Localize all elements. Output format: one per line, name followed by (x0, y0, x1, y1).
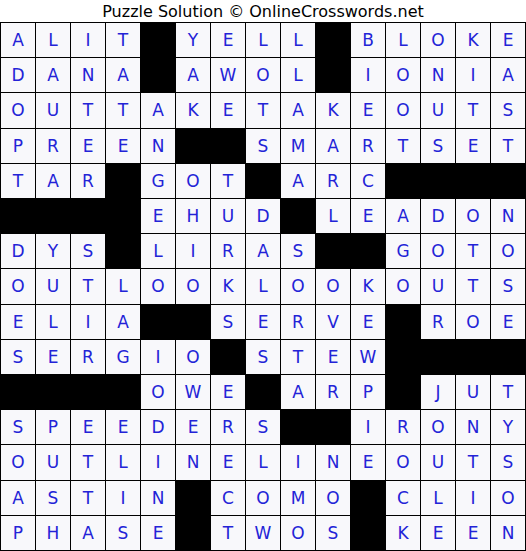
cell-r9c10: V (316, 305, 350, 339)
cell-r2c2: A (36, 58, 70, 92)
cell-r14c3: T (71, 481, 105, 515)
block-r11c8 (246, 375, 280, 409)
cell-r1c8: L (246, 23, 280, 57)
cell-r7c3: S (71, 234, 105, 268)
cell-r5c7: T (211, 164, 245, 198)
block-r11c2 (36, 375, 70, 409)
cell-r13c5: I (141, 445, 175, 479)
cell-r5c1: T (1, 164, 35, 198)
cell-r9c11: E (351, 305, 385, 339)
cell-r8c2: U (36, 269, 70, 303)
cell-r12c1: S (1, 410, 35, 444)
cell-r11c9: A (281, 375, 315, 409)
cell-r15c8: W (246, 516, 280, 550)
cell-r9c9: R (281, 305, 315, 339)
cell-r8c5: O (141, 269, 175, 303)
cell-r3c12: O (386, 93, 420, 127)
cell-r8c10: O (316, 269, 350, 303)
cell-r15c7: T (211, 516, 245, 550)
block-r9c5 (141, 305, 175, 339)
cell-r4c15: T (491, 129, 525, 163)
block-r1c5 (141, 23, 175, 57)
block-r6c4 (106, 199, 140, 233)
block-r12c10 (316, 410, 350, 444)
cell-r1c4: T (106, 23, 140, 57)
cell-r1c13: O (421, 23, 455, 57)
cell-r2c14: I (456, 58, 490, 92)
cell-r13c10: N (316, 445, 350, 479)
block-r5c15 (491, 164, 525, 198)
cell-r3c6: K (176, 93, 210, 127)
cell-r12c5: D (141, 410, 175, 444)
block-r4c7 (211, 129, 245, 163)
block-r6c3 (71, 199, 105, 233)
cell-r7c12: G (386, 234, 420, 268)
cell-r14c15: O (491, 481, 525, 515)
cell-r2c3: N (71, 58, 105, 92)
block-r4c6 (176, 129, 210, 163)
cell-r6c5: E (141, 199, 175, 233)
cell-r4c8: S (246, 129, 280, 163)
cell-r5c5: G (141, 164, 175, 198)
cell-r8c6: O (176, 269, 210, 303)
block-r1c10 (316, 23, 350, 57)
cell-r4c12: T (386, 129, 420, 163)
block-r5c13 (421, 164, 455, 198)
cell-r1c3: I (71, 23, 105, 57)
cell-r15c9: O (281, 516, 315, 550)
cell-r13c2: U (36, 445, 70, 479)
cell-r4c13: S (421, 129, 455, 163)
block-r10c15 (491, 340, 525, 374)
cell-r7c8: A (246, 234, 280, 268)
cell-r12c2: P (36, 410, 70, 444)
cell-r2c11: I (351, 58, 385, 92)
cell-r11c5: O (141, 375, 175, 409)
cell-r12c15: Y (491, 410, 525, 444)
cell-r14c9: M (281, 481, 315, 515)
cell-r8c13: U (421, 269, 455, 303)
cell-r12c7: R (211, 410, 245, 444)
cell-r13c3: T (71, 445, 105, 479)
cell-r3c3: T (71, 93, 105, 127)
cell-r11c14: U (456, 375, 490, 409)
cell-r3c2: U (36, 93, 70, 127)
cell-r3c1: O (1, 93, 35, 127)
cell-r3c15: S (491, 93, 525, 127)
cell-r5c2: A (36, 164, 70, 198)
cell-r14c5: N (141, 481, 175, 515)
cell-r6c11: E (351, 199, 385, 233)
cell-r14c8: O (246, 481, 280, 515)
cell-r4c14: E (456, 129, 490, 163)
cell-r14c4: I (106, 481, 140, 515)
cell-r7c15: O (491, 234, 525, 268)
cell-r5c10: R (316, 164, 350, 198)
cell-r4c3: E (71, 129, 105, 163)
cell-r8c9: O (281, 269, 315, 303)
cell-r6c15: N (491, 199, 525, 233)
cell-r5c3: R (71, 164, 105, 198)
block-r5c12 (386, 164, 420, 198)
cell-r2c6: A (176, 58, 210, 92)
cell-r12c13: O (421, 410, 455, 444)
cell-r6c7: U (211, 199, 245, 233)
cell-r4c5: N (141, 129, 175, 163)
cell-r11c11: P (351, 375, 385, 409)
cell-r2c13: N (421, 58, 455, 92)
cell-r3c9: A (281, 93, 315, 127)
cell-r3c14: T (456, 93, 490, 127)
block-r15c11 (351, 516, 385, 550)
cell-r8c1: O (1, 269, 35, 303)
block-r9c6 (176, 305, 210, 339)
block-r10c7 (211, 340, 245, 374)
cell-r9c8: E (246, 305, 280, 339)
page: { "game": "crossword", "title": "Puzzle … (0, 0, 526, 551)
crossword-grid: ALITYELLBLOKEDANAAWOLIONIAOUTTAKETAKEOUT… (0, 22, 526, 551)
cell-r14c14: I (456, 481, 490, 515)
cell-r6c14: O (456, 199, 490, 233)
cell-r13c1: O (1, 445, 35, 479)
cell-r10c10: E (316, 340, 350, 374)
cell-r15c1: P (1, 516, 35, 550)
cell-r11c10: R (316, 375, 350, 409)
cell-r10c6: O (176, 340, 210, 374)
cell-r11c6: W (176, 375, 210, 409)
cell-r2c9: L (281, 58, 315, 92)
cell-r15c2: H (36, 516, 70, 550)
cell-r3c10: K (316, 93, 350, 127)
block-r5c8 (246, 164, 280, 198)
cell-r4c1: P (1, 129, 35, 163)
cell-r13c13: U (421, 445, 455, 479)
block-r14c11 (351, 481, 385, 515)
cell-r3c4: T (106, 93, 140, 127)
cell-r4c10: A (316, 129, 350, 163)
cell-r9c1: E (1, 305, 35, 339)
cell-r6c10: L (316, 199, 350, 233)
cell-r12c8: S (246, 410, 280, 444)
cell-r10c4: G (106, 340, 140, 374)
cell-r7c6: I (176, 234, 210, 268)
cell-r14c10: O (316, 481, 350, 515)
cell-r4c9: M (281, 129, 315, 163)
block-r7c10 (316, 234, 350, 268)
cell-r10c11: W (351, 340, 385, 374)
cell-r13c4: L (106, 445, 140, 479)
cell-r15c3: A (71, 516, 105, 550)
block-r6c9 (281, 199, 315, 233)
cell-r1c12: L (386, 23, 420, 57)
block-r7c4 (106, 234, 140, 268)
block-r9c12 (386, 305, 420, 339)
block-r10c12 (386, 340, 420, 374)
cell-r9c4: A (106, 305, 140, 339)
cell-r7c9: S (281, 234, 315, 268)
cell-r11c15: T (491, 375, 525, 409)
cell-r7c1: D (1, 234, 35, 268)
cell-r15c13: E (421, 516, 455, 550)
cell-r1c1: A (1, 23, 35, 57)
cell-r2c15: A (491, 58, 525, 92)
cell-r9c7: S (211, 305, 245, 339)
cell-r15c10: S (316, 516, 350, 550)
cell-r9c13: R (421, 305, 455, 339)
cell-r7c7: R (211, 234, 245, 268)
cell-r12c4: E (106, 410, 140, 444)
cell-r2c8: O (246, 58, 280, 92)
cell-r6c6: H (176, 199, 210, 233)
cell-r10c5: I (141, 340, 175, 374)
cell-r8c15: S (491, 269, 525, 303)
block-r5c4 (106, 164, 140, 198)
cell-r13c14: T (456, 445, 490, 479)
cell-r12c6: E (176, 410, 210, 444)
cell-r10c9: T (281, 340, 315, 374)
cell-r13c9: I (281, 445, 315, 479)
cell-r13c8: L (246, 445, 280, 479)
cell-r8c7: K (211, 269, 245, 303)
cell-r10c8: S (246, 340, 280, 374)
cell-r3c8: T (246, 93, 280, 127)
cell-r1c15: E (491, 23, 525, 57)
page-title: Puzzle Solution © OnlineCrosswords.net (0, 0, 526, 22)
cell-r9c15: E (491, 305, 525, 339)
cell-r4c11: R (351, 129, 385, 163)
cell-r10c3: R (71, 340, 105, 374)
cell-r11c13: J (421, 375, 455, 409)
block-r15c6 (176, 516, 210, 550)
cell-r8c14: T (456, 269, 490, 303)
cell-r7c2: Y (36, 234, 70, 268)
cell-r12c11: I (351, 410, 385, 444)
cell-r7c14: T (456, 234, 490, 268)
cell-r14c13: L (421, 481, 455, 515)
cell-r10c1: S (1, 340, 35, 374)
cell-r1c11: B (351, 23, 385, 57)
cell-r15c14: E (456, 516, 490, 550)
cell-r1c6: Y (176, 23, 210, 57)
cell-r2c1: D (1, 58, 35, 92)
cell-r11c7: E (211, 375, 245, 409)
block-r14c6 (176, 481, 210, 515)
cell-r15c12: K (386, 516, 420, 550)
cell-r2c4: A (106, 58, 140, 92)
cell-r14c2: S (36, 481, 70, 515)
cell-r9c2: L (36, 305, 70, 339)
block-r2c5 (141, 58, 175, 92)
block-r12c9 (281, 410, 315, 444)
cell-r12c14: N (456, 410, 490, 444)
block-r11c4 (106, 375, 140, 409)
cell-r13c12: O (386, 445, 420, 479)
cell-r4c4: E (106, 129, 140, 163)
cell-r8c4: L (106, 269, 140, 303)
block-r11c1 (1, 375, 35, 409)
block-r7c11 (351, 234, 385, 268)
cell-r8c11: K (351, 269, 385, 303)
block-r5c14 (456, 164, 490, 198)
cell-r13c15: S (491, 445, 525, 479)
cell-r3c11: E (351, 93, 385, 127)
cell-r13c7: E (211, 445, 245, 479)
cell-r2c7: W (211, 58, 245, 92)
block-r6c1 (1, 199, 35, 233)
cell-r12c12: R (386, 410, 420, 444)
block-r10c14 (456, 340, 490, 374)
cell-r1c14: K (456, 23, 490, 57)
cell-r15c5: E (141, 516, 175, 550)
cell-r14c1: A (1, 481, 35, 515)
block-r6c2 (36, 199, 70, 233)
cell-r3c13: U (421, 93, 455, 127)
cell-r1c9: L (281, 23, 315, 57)
cell-r5c9: A (281, 164, 315, 198)
cell-r8c3: T (71, 269, 105, 303)
block-r11c12 (386, 375, 420, 409)
cell-r15c15: N (491, 516, 525, 550)
block-r11c3 (71, 375, 105, 409)
cell-r10c2: E (36, 340, 70, 374)
cell-r9c14: O (456, 305, 490, 339)
cell-r14c12: C (386, 481, 420, 515)
cell-r7c13: O (421, 234, 455, 268)
cell-r9c3: I (71, 305, 105, 339)
cell-r15c4: S (106, 516, 140, 550)
cell-r6c12: A (386, 199, 420, 233)
cell-r2c12: O (386, 58, 420, 92)
cell-r7c5: L (141, 234, 175, 268)
cell-r1c2: L (36, 23, 70, 57)
cell-r1c7: E (211, 23, 245, 57)
cell-r6c13: D (421, 199, 455, 233)
cell-r5c6: O (176, 164, 210, 198)
cell-r8c12: O (386, 269, 420, 303)
cell-r4c2: R (36, 129, 70, 163)
cell-r13c11: E (351, 445, 385, 479)
cell-r12c3: E (71, 410, 105, 444)
cell-r8c8: L (246, 269, 280, 303)
cell-r3c5: A (141, 93, 175, 127)
cell-r6c8: D (246, 199, 280, 233)
block-r2c10 (316, 58, 350, 92)
cell-r14c7: C (211, 481, 245, 515)
cell-r3c7: E (211, 93, 245, 127)
cell-r13c6: N (176, 445, 210, 479)
block-r10c13 (421, 340, 455, 374)
cell-r5c11: C (351, 164, 385, 198)
